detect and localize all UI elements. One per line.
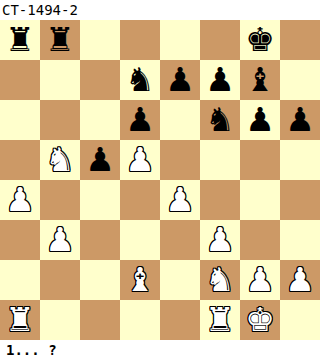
square-e2[interactable] xyxy=(160,260,200,300)
square-g2[interactable]: ♟ xyxy=(240,260,280,300)
square-h8[interactable] xyxy=(280,20,320,60)
piece-black-pawn: ♟ xyxy=(85,140,115,180)
square-h5[interactable] xyxy=(280,140,320,180)
square-b1[interactable] xyxy=(40,300,80,340)
square-h4[interactable] xyxy=(280,180,320,220)
square-a6[interactable] xyxy=(0,100,40,140)
square-h6[interactable]: ♟ xyxy=(280,100,320,140)
square-b2[interactable] xyxy=(40,260,80,300)
square-a4[interactable]: ♟ xyxy=(0,180,40,220)
piece-black-pawn: ♟ xyxy=(245,100,275,140)
square-f5[interactable] xyxy=(200,140,240,180)
square-e3[interactable] xyxy=(160,220,200,260)
piece-black-rook: ♜ xyxy=(5,20,35,60)
square-f2[interactable]: ♞ xyxy=(200,260,240,300)
square-d6[interactable]: ♟ xyxy=(120,100,160,140)
square-e4[interactable]: ♟ xyxy=(160,180,200,220)
square-a2[interactable] xyxy=(0,260,40,300)
square-b8[interactable]: ♜ xyxy=(40,20,80,60)
square-a8[interactable]: ♜ xyxy=(0,20,40,60)
piece-white-knight: ♞ xyxy=(45,140,75,180)
piece-black-king: ♚ xyxy=(245,20,275,60)
square-h7[interactable] xyxy=(280,60,320,100)
square-f8[interactable] xyxy=(200,20,240,60)
square-g3[interactable] xyxy=(240,220,280,260)
square-g4[interactable] xyxy=(240,180,280,220)
piece-white-pawn: ♟ xyxy=(245,260,275,300)
square-d7[interactable]: ♞ xyxy=(120,60,160,100)
square-g6[interactable]: ♟ xyxy=(240,100,280,140)
square-d5[interactable]: ♟ xyxy=(120,140,160,180)
piece-black-bishop: ♝ xyxy=(245,60,275,100)
piece-white-pawn: ♟ xyxy=(205,220,235,260)
square-b6[interactable] xyxy=(40,100,80,140)
piece-black-pawn: ♟ xyxy=(205,60,235,100)
move-prompt: 1... ? xyxy=(0,340,320,360)
square-a5[interactable] xyxy=(0,140,40,180)
square-c1[interactable] xyxy=(80,300,120,340)
piece-white-knight: ♞ xyxy=(205,260,235,300)
square-c8[interactable] xyxy=(80,20,120,60)
square-d1[interactable] xyxy=(120,300,160,340)
square-f1[interactable]: ♜ xyxy=(200,300,240,340)
square-a7[interactable] xyxy=(0,60,40,100)
square-e5[interactable] xyxy=(160,140,200,180)
piece-white-bishop: ♝ xyxy=(125,260,155,300)
piece-white-pawn: ♟ xyxy=(285,260,315,300)
piece-black-pawn: ♟ xyxy=(165,60,195,100)
piece-white-rook: ♜ xyxy=(5,300,35,340)
square-f6[interactable]: ♞ xyxy=(200,100,240,140)
piece-white-king: ♚ xyxy=(245,300,275,340)
square-b7[interactable] xyxy=(40,60,80,100)
square-d4[interactable] xyxy=(120,180,160,220)
square-f4[interactable] xyxy=(200,180,240,220)
square-e1[interactable] xyxy=(160,300,200,340)
piece-white-pawn: ♟ xyxy=(165,180,195,220)
square-a1[interactable]: ♜ xyxy=(0,300,40,340)
piece-black-pawn: ♟ xyxy=(285,100,315,140)
piece-black-knight: ♞ xyxy=(125,60,155,100)
square-g7[interactable]: ♝ xyxy=(240,60,280,100)
square-c6[interactable] xyxy=(80,100,120,140)
square-a3[interactable] xyxy=(0,220,40,260)
square-b3[interactable]: ♟ xyxy=(40,220,80,260)
square-g8[interactable]: ♚ xyxy=(240,20,280,60)
square-h1[interactable] xyxy=(280,300,320,340)
square-f7[interactable]: ♟ xyxy=(200,60,240,100)
piece-white-pawn: ♟ xyxy=(5,180,35,220)
square-h2[interactable]: ♟ xyxy=(280,260,320,300)
square-e8[interactable] xyxy=(160,20,200,60)
square-d3[interactable] xyxy=(120,220,160,260)
square-e6[interactable] xyxy=(160,100,200,140)
piece-white-rook: ♜ xyxy=(205,300,235,340)
piece-black-rook: ♜ xyxy=(45,20,75,60)
square-c5[interactable]: ♟ xyxy=(80,140,120,180)
chess-puzzle-window: CT-1494-2 ♜♜♚♞♟♟♝♟♞♟♟♞♟♟♟♟♟♟♝♞♟♟♜♜♚ 1...… xyxy=(0,0,320,360)
piece-black-knight: ♞ xyxy=(205,100,235,140)
square-c4[interactable] xyxy=(80,180,120,220)
square-c7[interactable] xyxy=(80,60,120,100)
square-f3[interactable]: ♟ xyxy=(200,220,240,260)
square-h3[interactable] xyxy=(280,220,320,260)
piece-black-pawn: ♟ xyxy=(125,100,155,140)
square-g1[interactable]: ♚ xyxy=(240,300,280,340)
square-b5[interactable]: ♞ xyxy=(40,140,80,180)
square-c2[interactable] xyxy=(80,260,120,300)
square-d8[interactable] xyxy=(120,20,160,60)
square-c3[interactable] xyxy=(80,220,120,260)
square-b4[interactable] xyxy=(40,180,80,220)
square-d2[interactable]: ♝ xyxy=(120,260,160,300)
puzzle-title: CT-1494-2 xyxy=(0,0,320,20)
square-e7[interactable]: ♟ xyxy=(160,60,200,100)
piece-white-pawn: ♟ xyxy=(45,220,75,260)
piece-white-pawn: ♟ xyxy=(125,140,155,180)
chess-board: ♜♜♚♞♟♟♝♟♞♟♟♞♟♟♟♟♟♟♝♞♟♟♜♜♚ xyxy=(0,20,320,340)
square-g5[interactable] xyxy=(240,140,280,180)
